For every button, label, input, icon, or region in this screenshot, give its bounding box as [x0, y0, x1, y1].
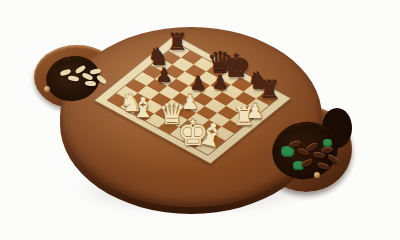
white-pawn-h6[interactable]: ♟: [246, 101, 264, 121]
white-bishop-c1[interactable]: ♝: [131, 94, 155, 121]
black-rook-a8[interactable]: ♜: [167, 31, 188, 54]
white-pawn-e4[interactable]: ♟: [181, 92, 199, 112]
left-drawer-knob[interactable]: [44, 86, 50, 92]
black-pawn-b5[interactable]: ♟: [155, 66, 172, 85]
green-felt-patch: [323, 139, 332, 147]
right-drawer-knob[interactable]: [314, 172, 320, 178]
black-pawn-e7[interactable]: ♟: [211, 73, 228, 92]
chess-travel-set-photo: ♜♛♚♞♜♞♟♟♟♞♝♛♟♚♝♜♟: [0, 0, 400, 240]
